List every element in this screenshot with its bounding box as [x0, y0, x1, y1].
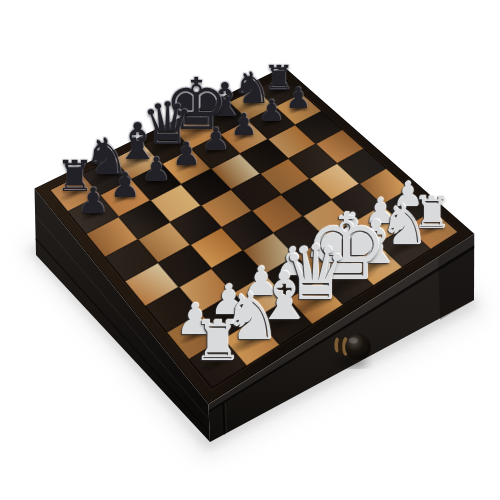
chess-set-photo: ♜♞♝♛♚♝♞♜♟♟♟♟♟♟♟♟♟♟♟♟♟♟♟♟♜♞♝♛♚♝♞♜ [0, 0, 500, 500]
drawer-knob [345, 334, 371, 360]
knob-highlight [349, 338, 358, 344]
